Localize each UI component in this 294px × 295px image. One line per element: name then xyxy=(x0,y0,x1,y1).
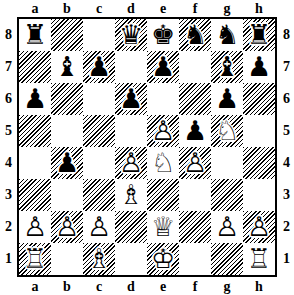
piece-white-bishop: ♝♗ xyxy=(115,179,147,211)
piece-white-king: ♚♔ xyxy=(147,243,179,275)
piece-white-pawn: ♟♙ xyxy=(19,211,51,243)
square-h3[interactable] xyxy=(243,179,275,211)
square-a7[interactable] xyxy=(19,51,51,83)
square-g7[interactable]: ♝ xyxy=(211,51,243,83)
piece-black-rook: ♜ xyxy=(243,19,275,51)
square-a6[interactable]: ♟ xyxy=(19,83,51,115)
file-label-top-f: f xyxy=(179,1,211,16)
file-label-bottom-d: d xyxy=(115,279,147,294)
rank-label-left-8: 8 xyxy=(1,19,16,51)
square-c4[interactable] xyxy=(83,147,115,179)
piece-black-pawn: ♟ xyxy=(147,51,179,83)
piece-black-pawn: ♟ xyxy=(83,51,115,83)
file-label-bottom-g: g xyxy=(211,279,243,294)
square-f3[interactable] xyxy=(179,179,211,211)
rank-label-right-3: 3 xyxy=(279,179,294,211)
rank-labels-left: 87654321 xyxy=(1,19,16,275)
square-d1[interactable] xyxy=(115,243,147,275)
rank-label-right-2: 2 xyxy=(279,211,294,243)
square-a1[interactable]: ♜♖ xyxy=(19,243,51,275)
square-g8[interactable]: ♞ xyxy=(211,19,243,51)
square-b4[interactable]: ♟ xyxy=(51,147,83,179)
piece-black-pawn: ♟ xyxy=(211,83,243,115)
piece-white-pawn: ♟♙ xyxy=(51,211,83,243)
square-e4[interactable]: ♞♘ xyxy=(147,147,179,179)
piece-white-queen: ♛♕ xyxy=(147,211,179,243)
square-d4[interactable]: ♟♙ xyxy=(115,147,147,179)
rank-labels-right: 87654321 xyxy=(279,19,294,275)
file-label-top-c: c xyxy=(83,1,115,16)
square-b5[interactable] xyxy=(51,115,83,147)
square-d3[interactable]: ♝♗ xyxy=(115,179,147,211)
square-e2[interactable]: ♛♕ xyxy=(147,211,179,243)
square-h1[interactable]: ♜♖ xyxy=(243,243,275,275)
piece-black-queen: ♛ xyxy=(115,19,147,51)
square-e7[interactable]: ♟ xyxy=(147,51,179,83)
piece-white-pawn: ♟♙ xyxy=(147,115,179,147)
rank-label-right-7: 7 xyxy=(279,51,294,83)
rank-label-left-5: 5 xyxy=(1,115,16,147)
file-label-bottom-e: e xyxy=(147,279,179,294)
square-f6[interactable] xyxy=(179,83,211,115)
rank-label-left-1: 1 xyxy=(1,243,16,275)
piece-black-king: ♚ xyxy=(147,19,179,51)
square-c7[interactable]: ♟ xyxy=(83,51,115,83)
square-e1[interactable]: ♚♔ xyxy=(147,243,179,275)
square-e3[interactable] xyxy=(147,179,179,211)
square-e8[interactable]: ♚ xyxy=(147,19,179,51)
square-e5[interactable]: ♟♙ xyxy=(147,115,179,147)
rank-label-right-8: 8 xyxy=(279,19,294,51)
file-label-top-b: b xyxy=(51,1,83,16)
square-b8[interactable] xyxy=(51,19,83,51)
square-d7[interactable] xyxy=(115,51,147,83)
rank-label-right-6: 6 xyxy=(279,83,294,115)
square-f1[interactable] xyxy=(179,243,211,275)
square-c6[interactable] xyxy=(83,83,115,115)
square-g2[interactable]: ♟♙ xyxy=(211,211,243,243)
square-c2[interactable]: ♟♙ xyxy=(83,211,115,243)
piece-black-pawn: ♟ xyxy=(19,83,51,115)
piece-black-pawn: ♟ xyxy=(115,83,147,115)
square-g5[interactable]: ♞♘ xyxy=(211,115,243,147)
square-d6[interactable]: ♟ xyxy=(115,83,147,115)
square-b2[interactable]: ♟♙ xyxy=(51,211,83,243)
piece-black-knight: ♞ xyxy=(211,19,243,51)
file-label-bottom-f: f xyxy=(179,279,211,294)
piece-white-knight: ♞♘ xyxy=(147,147,179,179)
file-label-bottom-c: c xyxy=(83,279,115,294)
square-c1[interactable]: ♝♗ xyxy=(83,243,115,275)
file-labels-top: abcdefgh xyxy=(19,1,275,16)
piece-white-pawn: ♟♙ xyxy=(179,147,211,179)
rank-label-right-1: 1 xyxy=(279,243,294,275)
rank-label-left-4: 4 xyxy=(1,147,16,179)
square-f8[interactable]: ♞ xyxy=(179,19,211,51)
chess-diagram: abcdefgh 87654321 ♜♛♚♞♞♜♝♟♟♝♟♟♟♟♟♙♟♞♘♟♟♙… xyxy=(0,0,294,295)
rank-label-right-4: 4 xyxy=(279,147,294,179)
file-labels-bottom: abcdefgh xyxy=(19,279,275,294)
square-c8[interactable] xyxy=(83,19,115,51)
piece-black-pawn: ♟ xyxy=(243,51,275,83)
file-label-top-g: g xyxy=(211,1,243,16)
square-d8[interactable]: ♛ xyxy=(115,19,147,51)
piece-white-pawn: ♟♙ xyxy=(243,211,275,243)
square-h8[interactable]: ♜ xyxy=(243,19,275,51)
square-h5[interactable] xyxy=(243,115,275,147)
piece-white-pawn: ♟♙ xyxy=(83,211,115,243)
file-label-top-h: h xyxy=(243,1,275,16)
piece-black-pawn: ♟ xyxy=(51,147,83,179)
piece-white-knight: ♞♘ xyxy=(211,115,243,147)
square-b6[interactable] xyxy=(51,83,83,115)
square-c5[interactable] xyxy=(83,115,115,147)
square-g3[interactable] xyxy=(211,179,243,211)
piece-white-pawn: ♟♙ xyxy=(211,211,243,243)
piece-black-bishop: ♝ xyxy=(211,51,243,83)
file-label-top-a: a xyxy=(19,1,51,16)
piece-white-pawn: ♟♙ xyxy=(115,147,147,179)
rank-label-left-3: 3 xyxy=(1,179,16,211)
square-h4[interactable] xyxy=(243,147,275,179)
rank-label-left-7: 7 xyxy=(1,51,16,83)
file-label-bottom-b: b xyxy=(51,279,83,294)
square-d2[interactable] xyxy=(115,211,147,243)
file-label-top-d: d xyxy=(115,1,147,16)
square-h2[interactable]: ♟♙ xyxy=(243,211,275,243)
square-a4[interactable] xyxy=(19,147,51,179)
square-f5[interactable]: ♟ xyxy=(179,115,211,147)
file-label-top-e: e xyxy=(147,1,179,16)
square-b3[interactable] xyxy=(51,179,83,211)
chess-board: ♜♛♚♞♞♜♝♟♟♝♟♟♟♟♟♙♟♞♘♟♟♙♞♘♟♙♝♗♟♙♟♙♟♙♛♕♟♙♟♙… xyxy=(17,17,277,277)
square-a3[interactable] xyxy=(19,179,51,211)
square-h7[interactable]: ♟ xyxy=(243,51,275,83)
square-f7[interactable] xyxy=(179,51,211,83)
square-a2[interactable]: ♟♙ xyxy=(19,211,51,243)
square-b7[interactable]: ♝ xyxy=(51,51,83,83)
piece-white-rook: ♜♖ xyxy=(19,243,51,275)
rank-label-left-6: 6 xyxy=(1,83,16,115)
square-a5[interactable] xyxy=(19,115,51,147)
square-c3[interactable] xyxy=(83,179,115,211)
piece-white-rook: ♜♖ xyxy=(243,243,275,275)
square-g4[interactable] xyxy=(211,147,243,179)
piece-black-knight: ♞ xyxy=(179,19,211,51)
rank-label-right-5: 5 xyxy=(279,115,294,147)
square-b1[interactable] xyxy=(51,243,83,275)
square-g6[interactable]: ♟ xyxy=(211,83,243,115)
square-e6[interactable] xyxy=(147,83,179,115)
piece-black-rook: ♜ xyxy=(19,19,51,51)
square-f4[interactable]: ♟♙ xyxy=(179,147,211,179)
piece-white-bishop: ♝♗ xyxy=(83,243,115,275)
square-a8[interactable]: ♜ xyxy=(19,19,51,51)
file-label-bottom-h: h xyxy=(243,279,275,294)
square-h6[interactable] xyxy=(243,83,275,115)
rank-label-left-2: 2 xyxy=(1,211,16,243)
file-label-bottom-a: a xyxy=(19,279,51,294)
square-f2[interactable] xyxy=(179,211,211,243)
square-g1[interactable] xyxy=(211,243,243,275)
square-d5[interactable] xyxy=(115,115,147,147)
piece-black-bishop: ♝ xyxy=(51,51,83,83)
piece-black-pawn: ♟ xyxy=(179,115,211,147)
